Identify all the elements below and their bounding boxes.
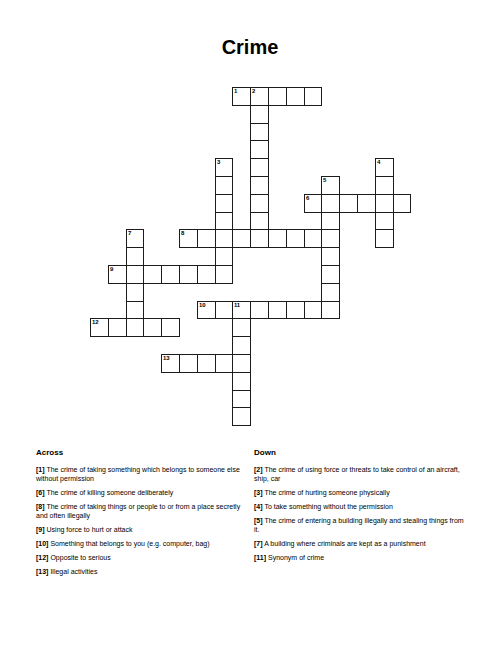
grid-cell[interactable]	[250, 105, 269, 124]
cell-number: 8	[181, 230, 184, 237]
grid-cell[interactable]	[232, 372, 251, 391]
grid-cell[interactable]	[161, 318, 180, 337]
clue-text: The crime of killing someone deliberatel…	[46, 489, 173, 496]
grid-cell[interactable]	[143, 318, 162, 337]
cell-number: 9	[110, 266, 113, 273]
grid-cell[interactable]	[179, 354, 198, 373]
grid-cell[interactable]	[321, 265, 340, 284]
clue-text: The crime of using force or threats to t…	[254, 466, 460, 482]
grid-cell[interactable]	[304, 87, 322, 106]
grid-cell[interactable]	[232, 390, 251, 408]
clue-text: A building where criminals are kept as a…	[264, 540, 425, 547]
grid-cell[interactable]	[197, 229, 216, 248]
grid-cell[interactable]	[286, 229, 305, 248]
grid-cell[interactable]	[232, 318, 251, 337]
grid-cell[interactable]	[215, 247, 233, 266]
cell-number: 12	[92, 319, 98, 326]
clue-text: Opposite to serious	[50, 554, 110, 561]
grid-cell[interactable]	[321, 301, 340, 319]
grid-cell[interactable]	[143, 265, 162, 284]
grid-cell[interactable]: 2	[250, 87, 269, 106]
clue-item: [1] The crime of taking something which …	[36, 465, 241, 483]
clue-text: The crime of taking things or people to …	[36, 503, 240, 519]
crossword-page: Crime 12345678910111213 Across [1] The c…	[0, 0, 500, 647]
cell-number: 4	[377, 159, 380, 166]
grid-cell[interactable]	[232, 407, 251, 426]
clue-item: [12] Opposite to serious	[36, 553, 241, 562]
clue-number: [4]	[254, 503, 263, 510]
grid-cell[interactable]	[393, 194, 411, 213]
grid-cell[interactable]	[321, 194, 340, 213]
grid-cell[interactable]	[215, 265, 233, 284]
clue-item: [4] To take something without the permis…	[254, 502, 466, 511]
grid-cell[interactable]: 1	[232, 87, 251, 106]
grid-cell[interactable]	[375, 176, 394, 195]
grid-cell[interactable]: 11	[232, 301, 251, 319]
clue-item: [2] The crime of using force or threats …	[254, 465, 466, 483]
down-header: Down	[254, 448, 466, 457]
grid-cell[interactable]: 3	[215, 158, 233, 177]
clue-item: [3] The crime of hurting someone physica…	[254, 488, 466, 497]
grid-cell[interactable]	[268, 87, 287, 106]
grid-cell[interactable]	[321, 212, 340, 230]
clue-number: [5]	[254, 517, 263, 524]
cell-number: 11	[234, 302, 240, 309]
grid-cell[interactable]	[126, 247, 144, 266]
clue-text: The crime of taking something which belo…	[36, 466, 240, 482]
clue-text: Something that belongs to you (e.g. comp…	[50, 540, 209, 547]
grid-cell[interactable]: 5	[321, 176, 340, 195]
clue-item: [11] Synonym of crime	[254, 553, 466, 562]
grid-cell[interactable]	[321, 283, 340, 302]
grid-cell[interactable]	[375, 212, 394, 230]
clue-item: [9] Using force to hurt or attack	[36, 525, 241, 534]
crossword-grid: 12345678910111213	[90, 87, 411, 426]
grid-cell[interactable]	[215, 212, 233, 230]
grid-cell[interactable]	[250, 158, 269, 177]
grid-cell[interactable]	[232, 354, 251, 373]
clue-number: [6]	[36, 489, 45, 496]
grid-cell[interactable]: 6	[304, 194, 322, 213]
grid-cell[interactable]	[108, 318, 127, 337]
grid-cell[interactable]	[250, 194, 269, 213]
grid-cell[interactable]	[357, 194, 376, 213]
clue-number: [12]	[36, 554, 48, 561]
down-clues-section: Down [2] The crime of using force or thr…	[254, 448, 466, 567]
grid-cell[interactable]	[250, 140, 269, 159]
clue-text: The crime of entering a building illegal…	[254, 517, 464, 533]
grid-cell[interactable]	[321, 229, 340, 248]
grid-cell[interactable]	[286, 301, 305, 319]
grid-cell[interactable]	[232, 229, 251, 248]
grid-cell[interactable]	[215, 194, 233, 213]
clue-number: [11]	[254, 554, 266, 561]
clue-text: The crime of hurting someone physically	[264, 489, 389, 496]
across-clue-list: [1] The crime of taking something which …	[36, 465, 241, 576]
cell-number: 10	[199, 302, 205, 309]
cell-number: 7	[128, 230, 131, 237]
grid-cell[interactable]	[268, 229, 287, 248]
grid-cell[interactable]	[126, 283, 144, 302]
grid-cell[interactable]	[161, 265, 180, 284]
clue-number: [9]	[36, 526, 45, 533]
across-clues-section: Across [1] The crime of taking something…	[36, 448, 241, 581]
clue-number: [10]	[36, 540, 48, 547]
clue-item: [8] The crime of taking things or people…	[36, 502, 241, 520]
clue-number: [2]	[254, 466, 263, 473]
grid-cell[interactable]	[232, 336, 251, 355]
clue-text: Illegal activities	[50, 568, 97, 575]
cell-number: 2	[252, 88, 255, 95]
grid-cell[interactable]	[126, 265, 144, 284]
grid-cell[interactable]	[321, 247, 340, 266]
grid-cell[interactable]	[179, 265, 198, 284]
grid-cell[interactable]	[215, 176, 233, 195]
grid-cell[interactable]	[250, 123, 269, 141]
grid-cell[interactable]: 12	[90, 318, 109, 337]
cell-number: 13	[163, 355, 169, 362]
down-clue-list: [2] The crime of using force or threats …	[254, 465, 466, 562]
puzzle-title: Crime	[0, 36, 500, 59]
grid-cell[interactable]	[197, 354, 216, 373]
clue-text: Using force to hurt or attack	[47, 526, 133, 533]
grid-cell[interactable]	[250, 229, 269, 248]
grid-cell[interactable]	[250, 176, 269, 195]
grid-cell[interactable]: 10	[197, 301, 216, 319]
clue-number: [13]	[36, 568, 48, 575]
grid-cell[interactable]: 8	[179, 229, 198, 248]
grid-cell[interactable]	[375, 194, 394, 213]
grid-cell[interactable]: 7	[126, 229, 144, 248]
clue-item: [13] Illegal activities	[36, 567, 241, 576]
grid-cell[interactable]	[286, 87, 305, 106]
grid-cell[interactable]	[375, 229, 394, 248]
grid-cell[interactable]	[304, 301, 322, 319]
grid-cell[interactable]	[126, 301, 144, 319]
cell-number: 1	[234, 88, 237, 95]
clue-number: [1]	[36, 466, 45, 473]
clue-item: [7] A building where criminals are kept …	[254, 539, 466, 548]
cell-number: 3	[217, 159, 220, 166]
cell-number: 6	[306, 195, 309, 202]
cell-number: 5	[323, 177, 326, 184]
grid-cell[interactable]	[126, 318, 144, 337]
grid-cell[interactable]	[339, 194, 358, 213]
grid-cell[interactable]	[250, 212, 269, 230]
clue-item: [6] The crime of killing someone deliber…	[36, 488, 241, 497]
across-header: Across	[36, 448, 241, 457]
grid-cell[interactable]	[215, 301, 233, 319]
clue-text: To take something without the permission	[264, 503, 392, 510]
grid-cell[interactable]	[197, 265, 216, 284]
clue-text: Synonym of crime	[268, 554, 324, 561]
grid-cell[interactable]	[250, 301, 269, 319]
clue-number: [7]	[254, 540, 263, 547]
clue-number: [3]	[254, 489, 263, 496]
grid-cell[interactable]	[268, 301, 287, 319]
grid-cell[interactable]	[304, 229, 322, 248]
grid-cell[interactable]	[215, 229, 233, 248]
grid-cell[interactable]	[215, 354, 233, 373]
grid-cell[interactable]: 9	[108, 265, 127, 284]
clue-number: [8]	[36, 503, 45, 510]
grid-cell[interactable]: 13	[161, 354, 180, 373]
clue-item: [10] Something that belongs to you (e.g.…	[36, 539, 241, 548]
grid-cell[interactable]: 4	[375, 158, 394, 177]
clue-item: [5] The crime of entering a building ill…	[254, 516, 466, 534]
